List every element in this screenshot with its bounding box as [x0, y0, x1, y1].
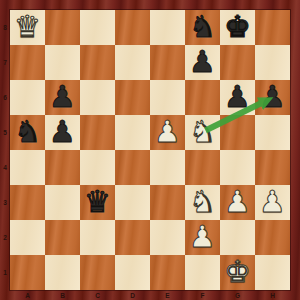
square-d8[interactable]: [115, 10, 150, 45]
square-d5[interactable]: [115, 115, 150, 150]
file-label-d: D: [115, 290, 150, 300]
square-d2[interactable]: [115, 220, 150, 255]
piece-white-pawn-e5[interactable]: ♟: [150, 115, 185, 150]
piece-black-knight-a5[interactable]: ♞: [10, 115, 45, 150]
piece-white-knight-f5[interactable]: ♞: [185, 115, 220, 150]
square-h6[interactable]: ♟: [255, 80, 290, 115]
square-a4[interactable]: [10, 150, 45, 185]
square-c5[interactable]: [80, 115, 115, 150]
square-c8[interactable]: [80, 10, 115, 45]
square-g1[interactable]: ♚: [220, 255, 255, 290]
piece-white-pawn-h3[interactable]: ♟: [255, 185, 290, 220]
square-f1[interactable]: [185, 255, 220, 290]
rank-label-7: 7: [0, 45, 10, 80]
rank-label-6: 6: [0, 80, 10, 115]
piece-black-pawn-b6[interactable]: ♟: [45, 80, 80, 115]
piece-black-pawn-b5[interactable]: ♟: [45, 115, 80, 150]
square-h4[interactable]: [255, 150, 290, 185]
square-h2[interactable]: [255, 220, 290, 255]
square-g3[interactable]: ♟: [220, 185, 255, 220]
rank-label-1: 1: [0, 255, 10, 290]
file-label-h: H: [255, 290, 290, 300]
square-d6[interactable]: [115, 80, 150, 115]
square-f8[interactable]: ♞: [185, 10, 220, 45]
file-label-a: A: [10, 290, 45, 300]
file-label-g: G: [220, 290, 255, 300]
square-a7[interactable]: [10, 45, 45, 80]
square-h8[interactable]: [255, 10, 290, 45]
square-e1[interactable]: [150, 255, 185, 290]
square-a6[interactable]: [10, 80, 45, 115]
square-c1[interactable]: [80, 255, 115, 290]
square-c3[interactable]: ♛: [80, 185, 115, 220]
square-d4[interactable]: [115, 150, 150, 185]
square-e3[interactable]: [150, 185, 185, 220]
square-d7[interactable]: [115, 45, 150, 80]
piece-white-queen-a8[interactable]: ♛: [10, 10, 45, 45]
piece-white-pawn-f2[interactable]: ♟: [185, 220, 220, 255]
square-e8[interactable]: [150, 10, 185, 45]
piece-black-queen-c3[interactable]: ♛: [80, 185, 115, 220]
chess-board: ♛♞♚♟♟♟♟♞♟♟♞♛♞♟♟♟♚: [10, 10, 290, 290]
square-b3[interactable]: [45, 185, 80, 220]
rank-label-2: 2: [0, 220, 10, 255]
square-e6[interactable]: [150, 80, 185, 115]
square-a1[interactable]: [10, 255, 45, 290]
square-g2[interactable]: [220, 220, 255, 255]
file-label-b: B: [45, 290, 80, 300]
square-a8[interactable]: ♛: [10, 10, 45, 45]
square-g7[interactable]: [220, 45, 255, 80]
square-f7[interactable]: ♟: [185, 45, 220, 80]
rank-label-5: 5: [0, 115, 10, 150]
square-b8[interactable]: [45, 10, 80, 45]
square-h7[interactable]: [255, 45, 290, 80]
chess-board-diagram: ♛♞♚♟♟♟♟♞♟♟♞♛♞♟♟♟♚ 87654321 ABCDEFGH: [0, 0, 300, 300]
square-f3[interactable]: ♞: [185, 185, 220, 220]
rank-labels: 87654321: [0, 10, 10, 290]
square-a5[interactable]: ♞: [10, 115, 45, 150]
square-g6[interactable]: ♟: [220, 80, 255, 115]
piece-black-pawn-g6[interactable]: ♟: [220, 80, 255, 115]
square-h1[interactable]: [255, 255, 290, 290]
piece-white-king-g1[interactable]: ♚: [220, 255, 255, 290]
square-h3[interactable]: ♟: [255, 185, 290, 220]
piece-black-knight-f8[interactable]: ♞: [185, 10, 220, 45]
square-g8[interactable]: ♚: [220, 10, 255, 45]
square-b5[interactable]: ♟: [45, 115, 80, 150]
square-e2[interactable]: [150, 220, 185, 255]
file-label-e: E: [150, 290, 185, 300]
square-c7[interactable]: [80, 45, 115, 80]
square-b2[interactable]: [45, 220, 80, 255]
square-f6[interactable]: [185, 80, 220, 115]
square-b1[interactable]: [45, 255, 80, 290]
square-c2[interactable]: [80, 220, 115, 255]
square-h5[interactable]: [255, 115, 290, 150]
piece-white-pawn-g3[interactable]: ♟: [220, 185, 255, 220]
square-e5[interactable]: ♟: [150, 115, 185, 150]
square-b6[interactable]: ♟: [45, 80, 80, 115]
square-b4[interactable]: [45, 150, 80, 185]
file-label-f: F: [185, 290, 220, 300]
square-f4[interactable]: [185, 150, 220, 185]
rank-label-4: 4: [0, 150, 10, 185]
square-a2[interactable]: [10, 220, 45, 255]
rank-label-8: 8: [0, 10, 10, 45]
square-e4[interactable]: [150, 150, 185, 185]
square-a3[interactable]: [10, 185, 45, 220]
square-b7[interactable]: [45, 45, 80, 80]
square-d3[interactable]: [115, 185, 150, 220]
square-c4[interactable]: [80, 150, 115, 185]
rank-label-3: 3: [0, 185, 10, 220]
square-d1[interactable]: [115, 255, 150, 290]
square-g4[interactable]: [220, 150, 255, 185]
square-f5[interactable]: ♞: [185, 115, 220, 150]
piece-black-king-g8[interactable]: ♚: [220, 10, 255, 45]
square-f2[interactable]: ♟: [185, 220, 220, 255]
piece-black-pawn-h6[interactable]: ♟: [255, 80, 290, 115]
file-labels: ABCDEFGH: [10, 290, 290, 300]
square-g5[interactable]: [220, 115, 255, 150]
square-e7[interactable]: [150, 45, 185, 80]
piece-white-knight-f3[interactable]: ♞: [185, 185, 220, 220]
piece-black-pawn-f7[interactable]: ♟: [185, 45, 220, 80]
square-c6[interactable]: [80, 80, 115, 115]
file-label-c: C: [80, 290, 115, 300]
